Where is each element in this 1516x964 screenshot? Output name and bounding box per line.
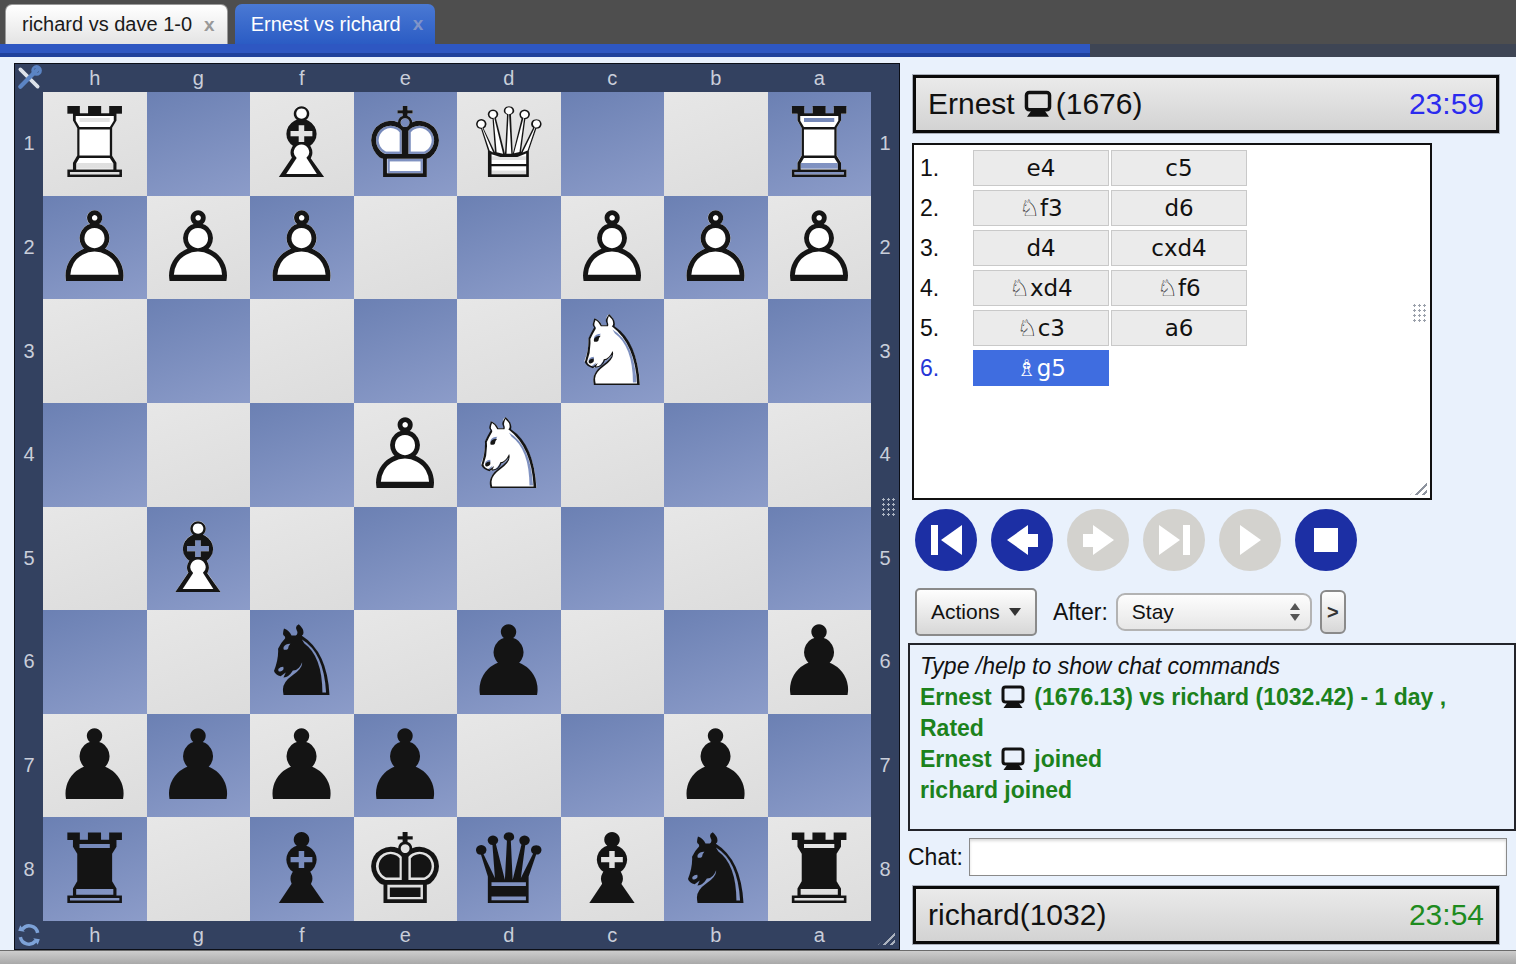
square-b6[interactable] (664, 610, 768, 714)
square-h8[interactable]: ♜ (43, 817, 147, 921)
first-icon (931, 525, 938, 555)
square-d8[interactable]: ♛ (457, 817, 561, 921)
square-b1[interactable] (664, 92, 768, 196)
square-d3[interactable] (457, 299, 561, 403)
square-a4[interactable] (768, 403, 872, 507)
square-g3[interactable] (147, 299, 251, 403)
square-g5[interactable]: ♝♗ (147, 507, 251, 611)
move-1-b[interactable]: c5 (1111, 150, 1247, 186)
move-number: 1. (916, 148, 972, 188)
move-number: 3. (916, 228, 972, 268)
move-row: 5.♘c3a6 (916, 308, 1428, 348)
square-h7[interactable]: ♟ (43, 714, 147, 818)
move-5-w[interactable]: ♘c3 (973, 310, 1109, 346)
square-b2[interactable]: ♟♙ (664, 196, 768, 300)
move-row: 4.♘xd4♘f6 (916, 268, 1428, 308)
black-b-piece: ♝ (561, 817, 665, 921)
square-d1[interactable]: ♛♕ (457, 92, 561, 196)
close-icon[interactable]: x (413, 13, 424, 35)
black-p-piece: ♟ (768, 610, 872, 714)
active-tab-underline (0, 44, 1090, 57)
square-g6[interactable] (147, 610, 251, 714)
go-button[interactable]: > (1320, 590, 1346, 634)
player-clock: 23:54 (1409, 898, 1484, 932)
black-p-piece: ♟ (354, 714, 458, 818)
white-p-piece: ♟ (43, 196, 147, 300)
move-number: 5. (916, 308, 972, 348)
white-p-piece: ♟ (561, 196, 665, 300)
tab-richard-vs-dave[interactable]: richard vs dave 1-0 x (5, 4, 228, 44)
square-d4[interactable]: ♞♘ (457, 403, 561, 507)
black-q-piece: ♛ (457, 817, 561, 921)
app-window: richard vs dave 1-0 x Ernest vs richard … (0, 0, 1516, 964)
white-n-piece: ♞ (561, 299, 665, 403)
player-name: Ernest (928, 87, 1015, 121)
opponent-clock: 23:59 (1409, 87, 1484, 121)
chevron-down-icon (1009, 608, 1021, 616)
square-h4[interactable] (43, 403, 147, 507)
player-bar: richard(1032) 23:54 (913, 886, 1499, 944)
square-h2[interactable]: ♟♙ (43, 196, 147, 300)
board-flip-button[interactable] (15, 921, 43, 949)
black-n-piece: ♞ (250, 610, 354, 714)
square-d6[interactable]: ♟ (457, 610, 561, 714)
move-row: 2.♘f3d6 (916, 188, 1428, 228)
square-d2[interactable] (457, 196, 561, 300)
chat-label: Chat: (908, 844, 963, 871)
black-k-piece: ♚ (354, 817, 458, 921)
square-e8[interactable]: ♚ (354, 817, 458, 921)
square-c1[interactable] (561, 92, 665, 196)
square-a1[interactable]: ♜♖ (768, 92, 872, 196)
square-e5[interactable] (354, 507, 458, 611)
black-n-piece: ♞ (664, 817, 768, 921)
move-3-b[interactable]: cxd4 (1111, 230, 1247, 266)
square-e2[interactable] (354, 196, 458, 300)
computer-icon (1023, 90, 1053, 118)
square-f8[interactable]: ♝ (250, 817, 354, 921)
move-6-w[interactable]: ♗g5 (973, 350, 1109, 386)
play-icon (1240, 525, 1261, 555)
tab-label: richard vs dave 1-0 (22, 13, 192, 36)
white-k-piece: ♚ (354, 92, 458, 196)
square-f6[interactable]: ♞ (250, 610, 354, 714)
square-a7[interactable] (768, 714, 872, 818)
square-f3[interactable] (250, 299, 354, 403)
player-rating: (1676) (1056, 87, 1143, 121)
square-e1[interactable]: ♚♔ (354, 92, 458, 196)
move-5-b[interactable]: a6 (1111, 310, 1247, 346)
move-4-w[interactable]: ♘xd4 (973, 270, 1109, 306)
first-move-button[interactable] (915, 509, 977, 571)
after-label: After: (1053, 599, 1108, 626)
move-row: 6.♗g5 (916, 348, 1428, 388)
move-4-b[interactable]: ♘f6 (1111, 270, 1247, 306)
square-b7[interactable]: ♟ (664, 714, 768, 818)
opponent-bar: Ernest (1676) 23:59 (913, 75, 1499, 133)
stop-icon (1314, 528, 1338, 552)
white-r-piece: ♜ (43, 92, 147, 196)
black-r-piece: ♜ (768, 817, 872, 921)
window-bottom-strip (0, 950, 1516, 964)
close-icon[interactable]: x (204, 14, 215, 36)
refresh-icon (16, 922, 42, 948)
white-p-piece: ♟ (664, 196, 768, 300)
tabbar-underline-right (1090, 44, 1516, 57)
square-c2[interactable]: ♟♙ (561, 196, 665, 300)
board-squares: ♜♖♝♗♚♔♛♕♜♖♟♙♟♙♟♙♟♙♟♙♟♙♞♘♟♙♞♘♝♗♞♟♟♟♟♟♟♟♜♝… (43, 92, 871, 921)
chat-message: richard joined (920, 775, 1504, 806)
square-h5[interactable] (43, 507, 147, 611)
square-c6[interactable] (561, 610, 665, 714)
square-g2[interactable]: ♟♙ (147, 196, 251, 300)
white-p-piece: ♟ (147, 196, 251, 300)
chat-row: Chat: (908, 838, 1507, 876)
square-b4[interactable] (664, 403, 768, 507)
board-drag-handle[interactable] (881, 497, 895, 518)
move-2-w[interactable]: ♘f3 (973, 190, 1109, 226)
white-b-piece: ♝ (250, 92, 354, 196)
square-h3[interactable] (43, 299, 147, 403)
computer-icon (1000, 747, 1026, 771)
square-d5[interactable] (457, 507, 561, 611)
square-c4[interactable] (561, 403, 665, 507)
move-row: 3.d4cxd4 (916, 228, 1428, 268)
square-f1[interactable]: ♝♗ (250, 92, 354, 196)
square-e3[interactable] (354, 299, 458, 403)
square-b3[interactable] (664, 299, 768, 403)
white-r-piece: ♜ (768, 92, 872, 196)
black-b-piece: ♝ (250, 817, 354, 921)
black-p-piece: ♟ (43, 714, 147, 818)
white-p-piece: ♟ (250, 196, 354, 300)
square-e4[interactable]: ♟♙ (354, 403, 458, 507)
square-g1[interactable] (147, 92, 251, 196)
chat-log: Type /help to show chat commandsErnest (… (908, 643, 1516, 831)
square-h6[interactable] (43, 610, 147, 714)
square-e6[interactable] (354, 610, 458, 714)
move-number: 4. (916, 268, 972, 308)
square-c7[interactable] (561, 714, 665, 818)
black-p-piece: ♟ (457, 610, 561, 714)
computer-icon (1000, 685, 1026, 709)
square-a5[interactable] (768, 507, 872, 611)
back-button[interactable] (991, 509, 1053, 571)
square-g7[interactable]: ♟ (147, 714, 251, 818)
tools-icon (16, 65, 42, 91)
square-c5[interactable] (561, 507, 665, 611)
move-list-panel: 1.e4c52.♘f3d63.d4cxd44.♘xd4♘f65.♘c3a66.♗… (912, 143, 1432, 500)
chat-input[interactable] (969, 838, 1507, 876)
move-3-w[interactable]: d4 (973, 230, 1109, 266)
actions-button[interactable]: Actions (915, 588, 1037, 636)
square-e7[interactable]: ♟ (354, 714, 458, 818)
square-d7[interactable] (457, 714, 561, 818)
stepper-icon (1290, 603, 1300, 621)
white-p-piece: ♟ (354, 403, 458, 507)
move-navigation (915, 509, 1357, 571)
square-a6[interactable]: ♟ (768, 610, 872, 714)
square-f2[interactable]: ♟♙ (250, 196, 354, 300)
stop-button[interactable] (1295, 509, 1357, 571)
board-settings-button[interactable] (15, 64, 43, 92)
player-name: richard(1032) (928, 898, 1106, 932)
square-a2[interactable]: ♟♙ (768, 196, 872, 300)
forward-button[interactable] (1067, 509, 1129, 571)
board-resize-grip[interactable] (878, 931, 895, 945)
move-2-b[interactable]: d6 (1111, 190, 1247, 226)
after-select-value: Stay (1132, 600, 1174, 624)
white-q-piece: ♛ (457, 92, 561, 196)
chess-board-panel: hgfedcba hgfedcba 12345678 12345678 ♜♖♝♗… (14, 63, 900, 950)
white-n-piece: ♞ (457, 403, 561, 507)
white-b-piece: ♝ (147, 507, 251, 611)
after-select[interactable]: Stay (1116, 593, 1312, 631)
square-a8[interactable]: ♜ (768, 817, 872, 921)
square-c3[interactable]: ♞♘ (561, 299, 665, 403)
play-button[interactable] (1219, 509, 1281, 571)
black-p-piece: ♟ (147, 714, 251, 818)
tab-label: Ernest vs richard (251, 13, 401, 36)
square-a3[interactable] (768, 299, 872, 403)
forward-icon (1083, 534, 1093, 547)
move-list-drag-handle[interactable] (1412, 303, 1426, 324)
square-c8[interactable]: ♝ (561, 817, 665, 921)
square-f7[interactable]: ♟ (250, 714, 354, 818)
back-icon (1007, 525, 1028, 555)
square-b5[interactable] (664, 507, 768, 611)
file-labels-bottom: hgfedcba (43, 921, 871, 949)
move-1-w[interactable]: e4 (973, 150, 1109, 186)
actions-row: Actions After: Stay > (915, 588, 1346, 636)
square-h1[interactable]: ♜♖ (43, 92, 147, 196)
move-row: 1.e4c5 (916, 148, 1428, 188)
last-move-button[interactable] (1143, 509, 1205, 571)
black-r-piece: ♜ (43, 817, 147, 921)
chat-message: Type /help to show chat commands (920, 651, 1504, 682)
tab-bar: richard vs dave 1-0 x Ernest vs richard … (0, 0, 1516, 44)
square-g4[interactable] (147, 403, 251, 507)
square-g8[interactable] (147, 817, 251, 921)
square-f4[interactable] (250, 403, 354, 507)
square-f5[interactable] (250, 507, 354, 611)
file-labels-top: hgfedcba (43, 64, 871, 92)
tab-ernest-vs-richard[interactable]: Ernest vs richard x (235, 4, 436, 44)
chat-message: Ernest joined (920, 744, 1504, 775)
black-p-piece: ♟ (250, 714, 354, 818)
move-list-resize-grip[interactable] (1410, 481, 1427, 495)
chat-message: Ernest (1676.13) vs richard (1032.42) - … (920, 682, 1504, 744)
black-p-piece: ♟ (664, 714, 768, 818)
move-number: 2. (916, 188, 972, 228)
move-number: 6. (916, 348, 972, 388)
last-icon (1159, 525, 1180, 555)
rank-labels-left: 12345678 (15, 92, 43, 921)
white-p-piece: ♟ (768, 196, 872, 300)
square-b8[interactable]: ♞ (664, 817, 768, 921)
move-list: 1.e4c52.♘f3d63.d4cxd44.♘xd4♘f65.♘c3a66.♗… (916, 148, 1428, 388)
